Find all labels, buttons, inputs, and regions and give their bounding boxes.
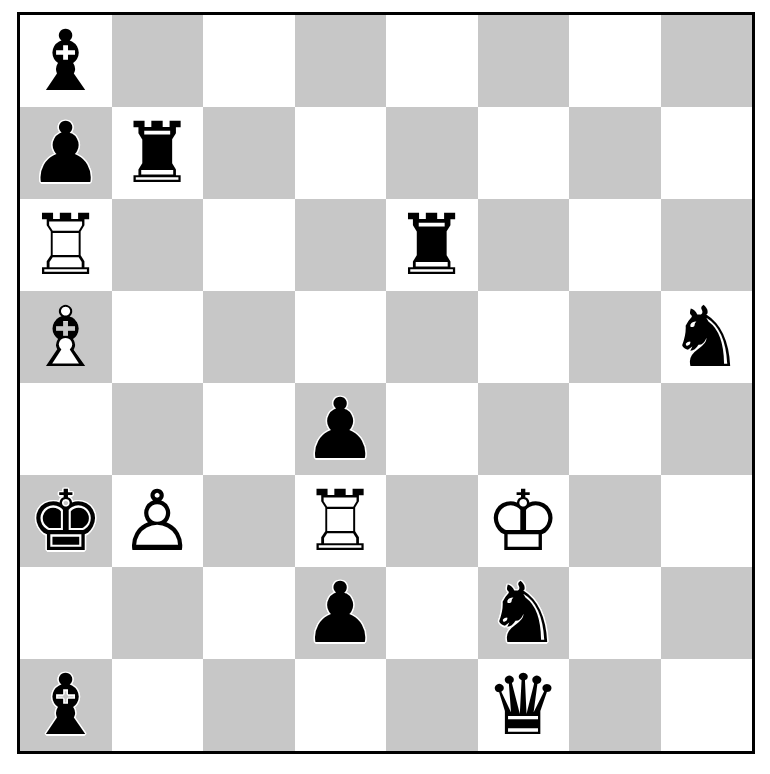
square-g1[interactable] xyxy=(569,659,661,751)
square-h7[interactable] xyxy=(661,107,753,199)
square-h4[interactable] xyxy=(661,383,753,475)
white-pawn: ♙ xyxy=(112,475,204,567)
square-c5[interactable] xyxy=(203,291,295,383)
black-pawn: ♟ xyxy=(295,567,387,659)
square-h6[interactable] xyxy=(661,199,753,291)
square-d2[interactable]: ♟ xyxy=(295,567,387,659)
square-g4[interactable] xyxy=(569,383,661,475)
square-d4[interactable]: ♟ xyxy=(295,383,387,475)
square-a7[interactable]: ♟ xyxy=(20,107,112,199)
square-e1[interactable] xyxy=(386,659,478,751)
square-d3[interactable]: ♜♖ xyxy=(295,475,387,567)
white-bishop-fill: ♝ xyxy=(20,291,112,383)
square-g8[interactable] xyxy=(569,15,661,107)
square-e3[interactable] xyxy=(386,475,478,567)
square-b8[interactable] xyxy=(112,15,204,107)
square-d5[interactable] xyxy=(295,291,387,383)
square-a2[interactable] xyxy=(20,567,112,659)
square-f1[interactable]: ♛ xyxy=(478,659,570,751)
square-f2[interactable]: ♞ xyxy=(478,567,570,659)
square-b1[interactable] xyxy=(112,659,204,751)
square-b4[interactable] xyxy=(112,383,204,475)
square-d7[interactable] xyxy=(295,107,387,199)
black-bishop: ♝ xyxy=(20,659,112,751)
square-b6[interactable] xyxy=(112,199,204,291)
square-f4[interactable] xyxy=(478,383,570,475)
square-f3[interactable]: ♚♔ xyxy=(478,475,570,567)
square-h5[interactable]: ♞ xyxy=(661,291,753,383)
black-pawn: ♟ xyxy=(20,107,112,199)
square-a4[interactable] xyxy=(20,383,112,475)
square-a5[interactable]: ♝♗ xyxy=(20,291,112,383)
square-e5[interactable] xyxy=(386,291,478,383)
square-e6[interactable]: ♜ xyxy=(386,199,478,291)
square-e7[interactable] xyxy=(386,107,478,199)
square-e8[interactable] xyxy=(386,15,478,107)
square-d8[interactable] xyxy=(295,15,387,107)
square-a1[interactable]: ♝ xyxy=(20,659,112,751)
square-f6[interactable] xyxy=(478,199,570,291)
square-b2[interactable] xyxy=(112,567,204,659)
square-g5[interactable] xyxy=(569,291,661,383)
white-rook-fill: ♜ xyxy=(295,475,387,567)
square-c6[interactable] xyxy=(203,199,295,291)
square-h1[interactable] xyxy=(661,659,753,751)
white-rook-fill: ♜ xyxy=(20,199,112,291)
square-g3[interactable] xyxy=(569,475,661,567)
chess-board: ♝♟♜♜♖♜♝♗♞♟♚♟♙♜♖♚♔♟♞♝♛ xyxy=(17,12,755,754)
square-f7[interactable] xyxy=(478,107,570,199)
white-bishop: ♗ xyxy=(20,291,112,383)
square-f8[interactable] xyxy=(478,15,570,107)
square-b7[interactable]: ♜ xyxy=(112,107,204,199)
square-c2[interactable] xyxy=(203,567,295,659)
white-king-fill: ♚ xyxy=(478,475,570,567)
black-queen: ♛ xyxy=(478,659,570,751)
square-f5[interactable] xyxy=(478,291,570,383)
square-b3[interactable]: ♟♙ xyxy=(112,475,204,567)
square-g6[interactable] xyxy=(569,199,661,291)
black-bishop: ♝ xyxy=(20,15,112,107)
square-c3[interactable] xyxy=(203,475,295,567)
square-c4[interactable] xyxy=(203,383,295,475)
square-g2[interactable] xyxy=(569,567,661,659)
square-c8[interactable] xyxy=(203,15,295,107)
square-b5[interactable] xyxy=(112,291,204,383)
black-king: ♚ xyxy=(20,475,112,567)
white-pawn-fill: ♟ xyxy=(112,475,204,567)
black-knight: ♞ xyxy=(661,291,753,383)
square-d1[interactable] xyxy=(295,659,387,751)
black-pawn: ♟ xyxy=(295,383,387,475)
square-e2[interactable] xyxy=(386,567,478,659)
white-rook: ♖ xyxy=(295,475,387,567)
black-rook: ♜ xyxy=(386,199,478,291)
square-d6[interactable] xyxy=(295,199,387,291)
square-c7[interactable] xyxy=(203,107,295,199)
white-rook: ♖ xyxy=(20,199,112,291)
black-knight: ♞ xyxy=(478,567,570,659)
square-e4[interactable] xyxy=(386,383,478,475)
square-c1[interactable] xyxy=(203,659,295,751)
square-h3[interactable] xyxy=(661,475,753,567)
square-a3[interactable]: ♚ xyxy=(20,475,112,567)
square-g7[interactable] xyxy=(569,107,661,199)
square-a8[interactable]: ♝ xyxy=(20,15,112,107)
chess-diagram: ♝♟♜♜♖♜♝♗♞♟♚♟♙♜♖♚♔♟♞♝♛ xyxy=(0,0,770,774)
black-rook: ♜ xyxy=(112,107,204,199)
square-h8[interactable] xyxy=(661,15,753,107)
white-king: ♔ xyxy=(478,475,570,567)
square-a6[interactable]: ♜♖ xyxy=(20,199,112,291)
square-h2[interactable] xyxy=(661,567,753,659)
